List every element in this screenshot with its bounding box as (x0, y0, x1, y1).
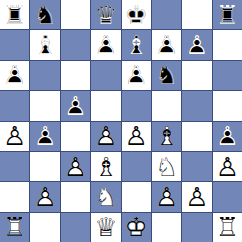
piece-white-pawn[interactable]: ♟♙ (122, 122, 151, 151)
chess-board-diagram: ♜♖♞♘♛♕♚♔♜♖♝♗♟♙♝♗♟♙♟♙♟♙♟♙♞♘♟♙♟♙♟♙♟♙♟♙♝♗♟♙… (0, 0, 242, 242)
black-pawn-outline-icon: ♙ (61, 91, 90, 120)
square-g2[interactable]: ♟♙ (182, 182, 211, 211)
piece-black-king[interactable]: ♚♔ (122, 0, 151, 29)
piece-black-pawn[interactable]: ♟♙ (30, 122, 59, 151)
square-f1[interactable] (152, 213, 181, 242)
square-b3[interactable] (30, 152, 59, 181)
square-a8[interactable]: ♜♖ (0, 0, 29, 29)
square-e1[interactable]: ♚♔ (122, 213, 151, 242)
square-c8[interactable] (61, 0, 90, 29)
square-h2[interactable] (213, 182, 242, 211)
white-rook-outline-icon: ♖ (213, 213, 242, 242)
square-g3[interactable] (182, 152, 211, 181)
square-c1[interactable] (61, 213, 90, 242)
white-pawn-outline-icon: ♙ (152, 182, 181, 211)
square-b8[interactable]: ♞♘ (30, 0, 59, 29)
piece-black-pawn[interactable]: ♟♙ (122, 61, 151, 90)
piece-white-queen[interactable]: ♛♕ (91, 213, 120, 242)
black-pawn-outline-icon: ♙ (182, 30, 211, 59)
square-d2[interactable]: ♞♘ (91, 182, 120, 211)
square-f2[interactable]: ♟♙ (152, 182, 181, 211)
square-a3[interactable] (0, 152, 29, 181)
square-a5[interactable] (0, 91, 29, 120)
white-rook-outline-icon: ♖ (0, 213, 29, 242)
square-g5[interactable] (182, 91, 211, 120)
square-b4[interactable]: ♟♙ (30, 122, 59, 151)
square-g6[interactable] (182, 61, 211, 90)
square-d3[interactable]: ♝♗ (91, 152, 120, 181)
square-h5[interactable] (213, 91, 242, 120)
white-pawn-outline-icon: ♙ (91, 122, 120, 151)
piece-white-knight[interactable]: ♞♘ (91, 182, 120, 211)
white-king-outline-icon: ♔ (122, 213, 151, 242)
piece-white-bishop[interactable]: ♝♗ (91, 152, 120, 181)
square-b2[interactable]: ♟♙ (30, 182, 59, 211)
piece-black-pawn[interactable]: ♟♙ (0, 61, 29, 90)
square-c7[interactable] (61, 30, 90, 59)
square-f6[interactable]: ♞♘ (152, 61, 181, 90)
piece-black-pawn[interactable]: ♟♙ (182, 30, 211, 59)
white-bishop-outline-icon: ♗ (91, 152, 120, 181)
square-h7[interactable] (213, 30, 242, 59)
square-g1[interactable] (182, 213, 211, 242)
piece-white-pawn[interactable]: ♟♙ (182, 182, 211, 211)
black-pawn-outline-icon: ♙ (0, 61, 29, 90)
white-pawn-outline-icon: ♙ (213, 152, 242, 181)
square-c4[interactable] (61, 122, 90, 151)
square-d6[interactable] (91, 61, 120, 90)
piece-white-pawn[interactable]: ♟♙ (91, 122, 120, 151)
square-h8[interactable]: ♜♖ (213, 0, 242, 29)
square-g4[interactable] (182, 122, 211, 151)
piece-black-pawn[interactable]: ♟♙ (213, 122, 242, 151)
square-f5[interactable] (152, 91, 181, 120)
square-a4[interactable]: ♟♙ (0, 122, 29, 151)
black-rook-outline-icon: ♖ (213, 0, 242, 29)
piece-black-pawn[interactable]: ♟♙ (91, 30, 120, 59)
piece-white-pawn[interactable]: ♟♙ (152, 182, 181, 211)
black-pawn-outline-icon: ♙ (152, 30, 181, 59)
square-c5[interactable]: ♟♙ (61, 91, 90, 120)
square-e5[interactable] (122, 91, 151, 120)
square-b1[interactable] (30, 213, 59, 242)
square-b5[interactable] (30, 91, 59, 120)
square-a1[interactable]: ♜♖ (0, 213, 29, 242)
square-d8[interactable]: ♛♕ (91, 0, 120, 29)
square-d1[interactable]: ♛♕ (91, 213, 120, 242)
black-knight-outline-icon: ♘ (30, 0, 59, 29)
piece-white-pawn[interactable]: ♟♙ (30, 182, 59, 211)
square-f3[interactable]: ♞♘ (152, 152, 181, 181)
piece-black-bishop[interactable]: ♝♗ (122, 30, 151, 59)
black-rook-outline-icon: ♖ (0, 0, 29, 29)
square-d4[interactable]: ♟♙ (91, 122, 120, 151)
piece-white-king[interactable]: ♚♔ (122, 213, 151, 242)
square-f4[interactable]: ♝♗ (152, 122, 181, 151)
square-a6[interactable]: ♟♙ (0, 61, 29, 90)
piece-white-pawn[interactable]: ♟♙ (61, 152, 90, 181)
black-queen-outline-icon: ♕ (91, 0, 120, 29)
black-bishop-outline-icon: ♗ (122, 30, 151, 59)
square-d7[interactable]: ♟♙ (91, 30, 120, 59)
chess-board: ♜♖♞♘♛♕♚♔♜♖♝♗♟♙♝♗♟♙♟♙♟♙♟♙♞♘♟♙♟♙♟♙♟♙♟♙♝♗♟♙… (0, 0, 242, 242)
black-knight-outline-icon: ♘ (152, 61, 181, 90)
black-pawn-outline-icon: ♙ (91, 30, 120, 59)
white-queen-outline-icon: ♕ (91, 213, 120, 242)
white-pawn-outline-icon: ♙ (0, 122, 29, 151)
piece-white-bishop[interactable]: ♝♗ (152, 122, 181, 151)
white-pawn-outline-icon: ♙ (30, 182, 59, 211)
piece-black-pawn[interactable]: ♟♙ (152, 30, 181, 59)
piece-black-rook[interactable]: ♜♖ (213, 0, 242, 29)
square-a7[interactable] (0, 30, 29, 59)
square-c6[interactable] (61, 61, 90, 90)
square-e8[interactable]: ♚♔ (122, 0, 151, 29)
black-pawn-outline-icon: ♙ (122, 61, 151, 90)
square-g7[interactable]: ♟♙ (182, 30, 211, 59)
black-pawn-outline-icon: ♙ (30, 122, 59, 151)
piece-black-bishop[interactable]: ♝♗ (30, 30, 59, 59)
white-pawn-outline-icon: ♙ (182, 182, 211, 211)
piece-white-rook[interactable]: ♜♖ (0, 213, 29, 242)
piece-black-knight[interactable]: ♞♘ (30, 0, 59, 29)
piece-white-knight[interactable]: ♞♘ (152, 152, 181, 181)
square-e4[interactable]: ♟♙ (122, 122, 151, 151)
square-b6[interactable] (30, 61, 59, 90)
piece-white-rook[interactable]: ♜♖ (213, 213, 242, 242)
square-f7[interactable]: ♟♙ (152, 30, 181, 59)
square-h4[interactable]: ♟♙ (213, 122, 242, 151)
square-a2[interactable] (0, 182, 29, 211)
square-e2[interactable] (122, 182, 151, 211)
square-e3[interactable] (122, 152, 151, 181)
white-pawn-outline-icon: ♙ (61, 152, 90, 181)
square-f8[interactable] (152, 0, 181, 29)
piece-black-pawn[interactable]: ♟♙ (61, 91, 90, 120)
black-pawn-outline-icon: ♙ (213, 122, 242, 151)
square-h6[interactable] (213, 61, 242, 90)
black-king-outline-icon: ♔ (122, 0, 151, 29)
square-e7[interactable]: ♝♗ (122, 30, 151, 59)
white-knight-outline-icon: ♘ (152, 152, 181, 181)
square-h1[interactable]: ♜♖ (213, 213, 242, 242)
square-e6[interactable]: ♟♙ (122, 61, 151, 90)
piece-black-rook[interactable]: ♜♖ (0, 0, 29, 29)
square-c2[interactable] (61, 182, 90, 211)
white-pawn-outline-icon: ♙ (122, 122, 151, 151)
piece-black-queen[interactable]: ♛♕ (91, 0, 120, 29)
square-g8[interactable] (182, 0, 211, 29)
square-h3[interactable]: ♟♙ (213, 152, 242, 181)
black-bishop-outline-icon: ♗ (30, 30, 59, 59)
white-bishop-outline-icon: ♗ (152, 122, 181, 151)
piece-black-knight[interactable]: ♞♘ (152, 61, 181, 90)
piece-white-pawn[interactable]: ♟♙ (213, 152, 242, 181)
square-b7[interactable]: ♝♗ (30, 30, 59, 59)
square-d5[interactable] (91, 91, 120, 120)
white-knight-outline-icon: ♘ (91, 182, 120, 211)
square-c3[interactable]: ♟♙ (61, 152, 90, 181)
piece-white-pawn[interactable]: ♟♙ (0, 122, 29, 151)
